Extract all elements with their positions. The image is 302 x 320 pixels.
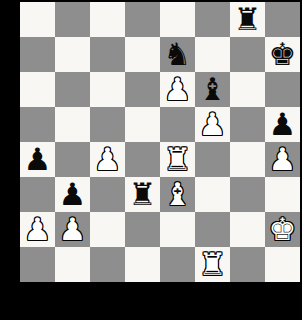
square-g6[interactable] [230,72,265,107]
square-c1[interactable] [90,247,125,282]
square-g2[interactable] [230,212,265,247]
square-d5[interactable] [125,107,160,142]
diagram-background: ♜♞♚♟♝♟♟♟♟♜♟♟♜♝♟♟♚♜ [0,0,302,320]
square-h3[interactable] [265,177,300,212]
piece-black-pawn-a4[interactable]: ♟ [24,142,52,177]
square-f7[interactable] [195,37,230,72]
square-h1[interactable] [265,247,300,282]
piece-black-pawn-h5[interactable]: ♟ [269,107,297,142]
piece-black-rook-d3[interactable]: ♜ [129,177,157,212]
square-f3[interactable] [195,177,230,212]
piece-white-king-h2[interactable]: ♚ [269,212,297,247]
square-g1[interactable] [230,247,265,282]
chess-board: ♜♞♚♟♝♟♟♟♟♜♟♟♜♝♟♟♚♜ [20,2,300,282]
square-b2[interactable]: ♟ [55,212,90,247]
piece-white-pawn-e6[interactable]: ♟ [164,72,192,107]
square-f8[interactable] [195,2,230,37]
square-a8[interactable] [20,2,55,37]
square-e1[interactable] [160,247,195,282]
square-b6[interactable] [55,72,90,107]
square-d1[interactable] [125,247,160,282]
square-d2[interactable] [125,212,160,247]
square-b5[interactable] [55,107,90,142]
square-h4[interactable]: ♟ [265,142,300,177]
piece-white-rook-f1[interactable]: ♜ [199,247,227,282]
piece-white-pawn-h4[interactable]: ♟ [269,142,297,177]
piece-black-rook-g8[interactable]: ♜ [234,2,262,37]
square-f5[interactable]: ♟ [195,107,230,142]
square-g8[interactable]: ♜ [230,2,265,37]
piece-white-pawn-f5[interactable]: ♟ [199,107,227,142]
square-h5[interactable]: ♟ [265,107,300,142]
square-c2[interactable] [90,212,125,247]
square-a4[interactable]: ♟ [20,142,55,177]
square-f1[interactable]: ♜ [195,247,230,282]
piece-black-king-h7[interactable]: ♚ [269,37,297,72]
piece-black-pawn-b3[interactable]: ♟ [59,177,87,212]
square-c6[interactable] [90,72,125,107]
square-c3[interactable] [90,177,125,212]
square-e7[interactable]: ♞ [160,37,195,72]
square-a5[interactable] [20,107,55,142]
square-e5[interactable] [160,107,195,142]
square-c8[interactable] [90,2,125,37]
piece-white-pawn-a2[interactable]: ♟ [24,212,52,247]
piece-white-rook-e4[interactable]: ♜ [164,142,192,177]
square-d3[interactable]: ♜ [125,177,160,212]
square-d6[interactable] [125,72,160,107]
square-b3[interactable]: ♟ [55,177,90,212]
square-a6[interactable] [20,72,55,107]
square-g3[interactable] [230,177,265,212]
square-e8[interactable] [160,2,195,37]
piece-white-bishop-e3[interactable]: ♝ [164,177,192,212]
square-g5[interactable] [230,107,265,142]
square-g7[interactable] [230,37,265,72]
square-g4[interactable] [230,142,265,177]
piece-black-bishop-f6[interactable]: ♝ [199,72,227,107]
square-e6[interactable]: ♟ [160,72,195,107]
square-f2[interactable] [195,212,230,247]
piece-white-pawn-b2[interactable]: ♟ [59,212,87,247]
square-a2[interactable]: ♟ [20,212,55,247]
square-b8[interactable] [55,2,90,37]
square-d4[interactable] [125,142,160,177]
square-c7[interactable] [90,37,125,72]
square-a7[interactable] [20,37,55,72]
square-b7[interactable] [55,37,90,72]
piece-white-pawn-c4[interactable]: ♟ [94,142,122,177]
square-a1[interactable] [20,247,55,282]
square-d7[interactable] [125,37,160,72]
square-a3[interactable] [20,177,55,212]
square-h7[interactable]: ♚ [265,37,300,72]
piece-black-knight-e7[interactable]: ♞ [164,37,192,72]
square-h6[interactable] [265,72,300,107]
square-b4[interactable] [55,142,90,177]
square-f6[interactable]: ♝ [195,72,230,107]
square-e3[interactable]: ♝ [160,177,195,212]
square-d8[interactable] [125,2,160,37]
square-e4[interactable]: ♜ [160,142,195,177]
square-h2[interactable]: ♚ [265,212,300,247]
square-h8[interactable] [265,2,300,37]
square-b1[interactable] [55,247,90,282]
square-e2[interactable] [160,212,195,247]
square-c5[interactable] [90,107,125,142]
square-c4[interactable]: ♟ [90,142,125,177]
square-f4[interactable] [195,142,230,177]
